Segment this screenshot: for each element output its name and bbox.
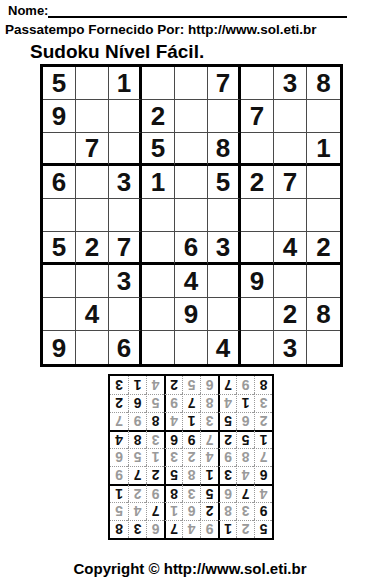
cell-r3c2[interactable]: 7 <box>76 133 109 166</box>
copyright: Copyright © http://www.sol.eti.br <box>0 560 380 577</box>
cell-r5c2[interactable] <box>76 199 109 232</box>
cell-r6c3[interactable]: 7 <box>109 232 142 265</box>
solution-cell-r1c9: 8 <box>110 520 128 538</box>
cell-r6c9[interactable]: 2 <box>307 232 340 265</box>
solution-cell-r4c8: 7 <box>128 466 146 484</box>
solution-cell-r4c6: 5 <box>164 466 182 484</box>
solution-cell-r8c8: 6 <box>128 394 146 412</box>
solution-cell-r5c6: 3 <box>164 448 182 466</box>
cell-r1c7[interactable] <box>241 67 274 100</box>
solution-cell-r2c6: 1 <box>164 502 182 520</box>
cell-r4c5[interactable] <box>175 166 208 199</box>
solution-cell-r2c4: 2 <box>200 502 218 520</box>
cell-r4c2[interactable] <box>76 166 109 199</box>
cell-r7c8[interactable] <box>274 265 307 298</box>
solution-cell-r6c4: 7 <box>200 430 218 448</box>
cell-r8c5[interactable]: 9 <box>175 298 208 331</box>
solution-cell-r1c4: 9 <box>200 520 218 538</box>
solution-cell-r6c7: 3 <box>146 430 164 448</box>
cell-r2c4[interactable]: 2 <box>142 100 175 133</box>
name-label: Nome: <box>8 4 48 18</box>
cell-r2c8[interactable] <box>274 100 307 133</box>
solution-cell-r1c1: 5 <box>254 520 272 538</box>
cell-r6c8[interactable]: 4 <box>274 232 307 265</box>
name-blank-line <box>48 3 347 18</box>
solution-cell-r2c8: 4 <box>128 502 146 520</box>
cell-r3c7[interactable] <box>241 133 274 166</box>
cell-r4c7[interactable]: 2 <box>241 166 274 199</box>
cell-r5c6[interactable] <box>208 199 241 232</box>
cell-r8c6[interactable] <box>208 298 241 331</box>
cell-r2c3[interactable] <box>109 100 142 133</box>
name-row: Nome: <box>8 3 347 18</box>
cell-r1c5[interactable] <box>175 67 208 100</box>
cell-r7c1[interactable] <box>43 265 76 298</box>
cell-r4c6[interactable]: 5 <box>208 166 241 199</box>
cell-r4c8[interactable]: 7 <box>274 166 307 199</box>
solution-cell-r7c9: 7 <box>110 412 128 430</box>
solution-cell-r8c7: 5 <box>146 394 164 412</box>
cell-r8c1[interactable] <box>43 298 76 331</box>
solution-cell-r3c3: 6 <box>218 484 236 502</box>
cell-r9c1[interactable]: 9 <box>43 331 76 364</box>
cell-r1c2[interactable] <box>76 67 109 100</box>
solution-cell-r7c7: 8 <box>146 412 164 430</box>
solution-cell-r1c8: 3 <box>128 520 146 538</box>
solution-cell-r1c7: 6 <box>146 520 164 538</box>
solution-cell-r7c6: 4 <box>164 412 182 430</box>
cell-r2c5[interactable] <box>175 100 208 133</box>
cell-r3c1[interactable] <box>43 133 76 166</box>
solution-cell-r9c5: 5 <box>182 376 200 394</box>
cell-r5c5[interactable] <box>175 199 208 232</box>
solution-cell-r6c6: 6 <box>164 430 182 448</box>
cell-r9c8[interactable]: 3 <box>274 331 307 364</box>
cell-r8c8[interactable]: 2 <box>274 298 307 331</box>
solution-cell-r5c5: 2 <box>182 448 200 466</box>
cell-r1c3[interactable]: 1 <box>109 67 142 100</box>
cell-r6c7[interactable] <box>241 232 274 265</box>
solution-cell-r8c2: 1 <box>236 394 254 412</box>
cell-r5c3[interactable] <box>109 199 142 232</box>
solution-cell-r2c5: 6 <box>182 502 200 520</box>
solution-cell-r3c1: 4 <box>254 484 272 502</box>
solution-cell-r2c7: 7 <box>146 502 164 520</box>
solution-cell-r3c2: 7 <box>236 484 254 502</box>
solution-cell-r1c2: 2 <box>236 520 254 538</box>
solution-cell-r8c9: 2 <box>110 394 128 412</box>
solution-cell-r8c4: 8 <box>200 394 218 412</box>
cell-r2c9[interactable] <box>307 100 340 133</box>
solution-cell-r2c9: 5 <box>110 502 128 520</box>
solution-cell-r9c3: 7 <box>218 376 236 394</box>
cell-r4c1[interactable]: 6 <box>43 166 76 199</box>
solution-cell-r4c9: 9 <box>110 466 128 484</box>
solution-cell-r6c5: 9 <box>182 430 200 448</box>
solution-cell-r4c3: 3 <box>218 466 236 484</box>
solution-cell-r5c9: 6 <box>110 448 128 466</box>
cell-r8c7[interactable] <box>241 298 274 331</box>
solution-cell-r3c7: 9 <box>146 484 164 502</box>
solution-cell-r9c8: 1 <box>128 376 146 394</box>
cell-r9c5[interactable] <box>175 331 208 364</box>
cell-r9c3[interactable]: 6 <box>109 331 142 364</box>
cell-r3c3[interactable] <box>109 133 142 166</box>
cell-r2c1[interactable]: 9 <box>43 100 76 133</box>
solution-cell-r9c9: 3 <box>110 376 128 394</box>
cell-r5c9[interactable] <box>307 199 340 232</box>
solution-cell-r5c2: 8 <box>236 448 254 466</box>
solution-cell-r3c4: 5 <box>200 484 218 502</box>
cell-r5c4[interactable] <box>142 199 175 232</box>
cell-r9c9[interactable] <box>307 331 340 364</box>
cell-r1c8[interactable]: 3 <box>274 67 307 100</box>
solution-cell-r9c4: 6 <box>200 376 218 394</box>
solution-cell-r1c3: 1 <box>218 520 236 538</box>
solution-cell-r3c8: 2 <box>128 484 146 502</box>
solution-grid: 5219476389382617454765389216431852797894… <box>108 374 274 540</box>
cell-r7c9[interactable] <box>307 265 340 298</box>
solution-cell-r7c2: 6 <box>236 412 254 430</box>
cell-r6c6[interactable]: 3 <box>208 232 241 265</box>
solution-cell-r4c1: 6 <box>254 466 272 484</box>
solution-cell-r7c5: 1 <box>182 412 200 430</box>
cell-r5c8[interactable] <box>274 199 307 232</box>
solution-cell-r6c2: 5 <box>236 430 254 448</box>
cell-r7c2[interactable] <box>76 265 109 298</box>
solution-cell-r9c7: 4 <box>146 376 164 394</box>
cell-r1c9[interactable]: 8 <box>307 67 340 100</box>
main-grid: 517389277581631527527634234949289643 <box>40 64 343 367</box>
cell-r3c5[interactable] <box>175 133 208 166</box>
solution-cell-r8c1: 3 <box>254 394 272 412</box>
solution-cell-r7c1: 2 <box>254 412 272 430</box>
cell-r2c2[interactable] <box>76 100 109 133</box>
cell-r2c7[interactable]: 7 <box>241 100 274 133</box>
solution-cell-r4c2: 4 <box>236 466 254 484</box>
cell-r1c1[interactable]: 5 <box>43 67 76 100</box>
solution-cell-r2c1: 9 <box>254 502 272 520</box>
cell-r3c4[interactable]: 5 <box>142 133 175 166</box>
solution-cell-r7c4: 3 <box>200 412 218 430</box>
cell-r7c3[interactable]: 3 <box>109 265 142 298</box>
solution-cell-r2c3: 8 <box>218 502 236 520</box>
solution-cell-r5c3: 9 <box>218 448 236 466</box>
cell-r9c2[interactable] <box>76 331 109 364</box>
cell-r8c4[interactable] <box>142 298 175 331</box>
cell-r7c7[interactable]: 9 <box>241 265 274 298</box>
cell-r7c4[interactable] <box>142 265 175 298</box>
cell-r4c4[interactable]: 1 <box>142 166 175 199</box>
solution-cell-r6c9: 4 <box>110 430 128 448</box>
solution-cell-r6c1: 1 <box>254 430 272 448</box>
cell-r9c7[interactable] <box>241 331 274 364</box>
solution-cell-r3c5: 3 <box>182 484 200 502</box>
cell-r6c4[interactable] <box>142 232 175 265</box>
solution-cell-r8c3: 4 <box>218 394 236 412</box>
solution-cell-r4c4: 1 <box>200 466 218 484</box>
solution-cell-r1c6: 7 <box>164 520 182 538</box>
cell-r5c7[interactable] <box>241 199 274 232</box>
solution-cell-r9c6: 2 <box>164 376 182 394</box>
cell-r3c6[interactable]: 8 <box>208 133 241 166</box>
solution-cell-r8c6: 9 <box>164 394 182 412</box>
cell-r6c5[interactable]: 6 <box>175 232 208 265</box>
cell-r8c2[interactable]: 4 <box>76 298 109 331</box>
cell-r3c8[interactable] <box>274 133 307 166</box>
solution-cell-r7c3: 5 <box>218 412 236 430</box>
provider-line: Passatempo Fornecido Por: http://www.sol… <box>5 22 317 37</box>
cell-r2c6[interactable] <box>208 100 241 133</box>
solution-cell-r3c9: 1 <box>110 484 128 502</box>
solution-cell-r3c6: 8 <box>164 484 182 502</box>
cell-r4c3[interactable]: 3 <box>109 166 142 199</box>
solution-cell-r9c1: 8 <box>254 376 272 394</box>
solution-cell-r6c3: 2 <box>218 430 236 448</box>
solution-cell-r5c7: 1 <box>146 448 164 466</box>
cell-r6c1[interactable]: 5 <box>43 232 76 265</box>
cell-r6c2[interactable]: 2 <box>76 232 109 265</box>
cell-r9c6[interactable]: 4 <box>208 331 241 364</box>
solution-cell-r8c5: 7 <box>182 394 200 412</box>
solution-cell-r5c8: 5 <box>128 448 146 466</box>
cell-r5c1[interactable] <box>43 199 76 232</box>
cell-r8c3[interactable] <box>109 298 142 331</box>
solution-cell-r9c2: 9 <box>236 376 254 394</box>
cell-r9c4[interactable] <box>142 331 175 364</box>
cell-r3c9[interactable]: 1 <box>307 133 340 166</box>
solution-cell-r4c7: 2 <box>146 466 164 484</box>
cell-r1c4[interactable] <box>142 67 175 100</box>
cell-r8c9[interactable]: 8 <box>307 298 340 331</box>
cell-r1c6[interactable]: 7 <box>208 67 241 100</box>
solution-cell-r7c8: 9 <box>128 412 146 430</box>
solution-cell-r6c8: 8 <box>128 430 146 448</box>
page-title: Sudoku Nível Fácil. <box>30 41 204 63</box>
solution-cell-r2c2: 3 <box>236 502 254 520</box>
solution-cell-r5c4: 4 <box>200 448 218 466</box>
cell-r4c9[interactable] <box>307 166 340 199</box>
cell-r7c5[interactable]: 4 <box>175 265 208 298</box>
solution-cell-r1c5: 4 <box>182 520 200 538</box>
solution-cell-r4c5: 8 <box>182 466 200 484</box>
solution-cell-r5c1: 7 <box>254 448 272 466</box>
cell-r7c6[interactable] <box>208 265 241 298</box>
